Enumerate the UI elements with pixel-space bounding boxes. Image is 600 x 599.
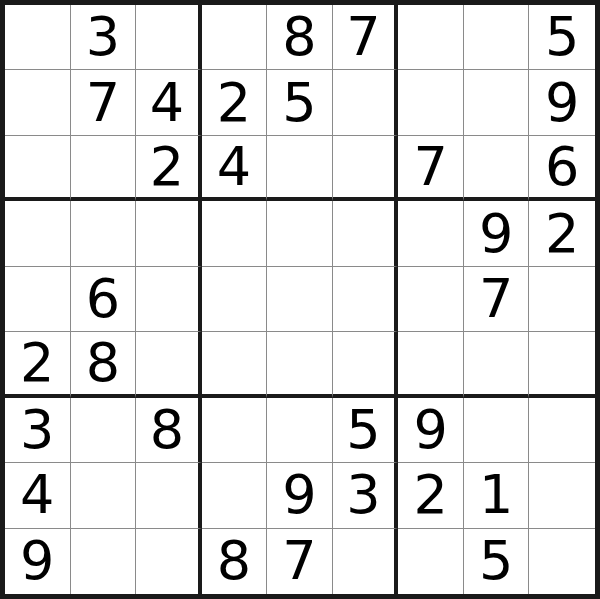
cell-r9c3[interactable] [136, 529, 202, 594]
cell-r7c8[interactable] [464, 398, 530, 463]
given-digit: 9 [413, 403, 447, 457]
cell-r3c1[interactable] [5, 136, 71, 201]
given-digit: 8 [86, 336, 120, 390]
cell-r8c6[interactable]: 3 [333, 463, 399, 528]
given-digit: 7 [282, 534, 316, 588]
cell-r1c9[interactable]: 5 [529, 5, 595, 70]
cell-r2c9[interactable]: 9 [529, 70, 595, 135]
cell-r5c9[interactable] [529, 267, 595, 332]
cell-r5c1[interactable] [5, 267, 71, 332]
given-digit: 9 [20, 534, 54, 588]
cell-r4c3[interactable] [136, 201, 202, 266]
cell-r1c8[interactable] [464, 5, 530, 70]
cell-r2c4[interactable]: 2 [202, 70, 268, 135]
cell-r6c7[interactable] [398, 332, 464, 397]
cell-r5c7[interactable] [398, 267, 464, 332]
cell-r8c8[interactable]: 1 [464, 463, 530, 528]
cell-r7c5[interactable] [267, 398, 333, 463]
given-digit: 8 [150, 403, 184, 457]
cell-r7c3[interactable]: 8 [136, 398, 202, 463]
cell-r8c5[interactable]: 9 [267, 463, 333, 528]
given-digit: 4 [217, 140, 251, 194]
cell-r8c9[interactable] [529, 463, 595, 528]
cell-r3c4[interactable]: 4 [202, 136, 268, 201]
cell-r6c9[interactable] [529, 332, 595, 397]
cell-r6c8[interactable] [464, 332, 530, 397]
cell-r6c6[interactable] [333, 332, 399, 397]
cell-r8c3[interactable] [136, 463, 202, 528]
given-digit: 7 [479, 272, 513, 326]
given-digit: 6 [86, 272, 120, 326]
given-digit: 9 [545, 76, 579, 130]
given-digit: 7 [413, 140, 447, 194]
given-digit: 8 [217, 534, 251, 588]
cell-r4c1[interactable] [5, 201, 71, 266]
cell-r9c5[interactable]: 7 [267, 529, 333, 594]
given-digit: 7 [86, 76, 120, 130]
cell-r4c6[interactable] [333, 201, 399, 266]
cell-r3c6[interactable] [333, 136, 399, 201]
cell-r6c5[interactable] [267, 332, 333, 397]
cell-r9c8[interactable]: 5 [464, 529, 530, 594]
given-digit: 2 [413, 468, 447, 522]
given-digit: 4 [20, 468, 54, 522]
cell-r9c6[interactable] [333, 529, 399, 594]
cell-r5c3[interactable] [136, 267, 202, 332]
cell-r6c3[interactable] [136, 332, 202, 397]
cell-r8c7[interactable]: 2 [398, 463, 464, 528]
cell-r2c8[interactable] [464, 70, 530, 135]
cell-r9c4[interactable]: 8 [202, 529, 268, 594]
cell-r4c9[interactable]: 2 [529, 201, 595, 266]
cell-r7c7[interactable]: 9 [398, 398, 464, 463]
cell-r3c7[interactable]: 7 [398, 136, 464, 201]
cell-r1c1[interactable] [5, 5, 71, 70]
cell-r2c1[interactable] [5, 70, 71, 135]
cell-r6c1[interactable]: 2 [5, 332, 71, 397]
cell-r9c7[interactable] [398, 529, 464, 594]
cell-r3c8[interactable] [464, 136, 530, 201]
given-digit: 5 [479, 534, 513, 588]
cell-r4c8[interactable]: 9 [464, 201, 530, 266]
given-digit: 2 [150, 140, 184, 194]
cell-r2c7[interactable] [398, 70, 464, 135]
cell-r4c5[interactable] [267, 201, 333, 266]
cell-r1c7[interactable] [398, 5, 464, 70]
cell-r1c3[interactable] [136, 5, 202, 70]
given-digit: 8 [282, 10, 316, 64]
cell-r9c9[interactable] [529, 529, 595, 594]
given-digit: 5 [282, 76, 316, 130]
cell-r7c9[interactable] [529, 398, 595, 463]
given-digit: 3 [86, 10, 120, 64]
cell-r3c5[interactable] [267, 136, 333, 201]
cell-r6c4[interactable] [202, 332, 268, 397]
cell-r2c2[interactable]: 7 [71, 70, 137, 135]
given-digit: 5 [545, 10, 579, 64]
cell-r1c4[interactable] [202, 5, 268, 70]
given-digit: 2 [217, 76, 251, 130]
cell-r1c5[interactable]: 8 [267, 5, 333, 70]
cell-r2c6[interactable] [333, 70, 399, 135]
cell-r2c5[interactable]: 5 [267, 70, 333, 135]
cell-r5c5[interactable] [267, 267, 333, 332]
cell-r4c4[interactable] [202, 201, 268, 266]
given-digit: 6 [545, 140, 579, 194]
cell-r9c2[interactable] [71, 529, 137, 594]
cell-r7c6[interactable]: 5 [333, 398, 399, 463]
cell-r7c4[interactable] [202, 398, 268, 463]
cell-r8c2[interactable] [71, 463, 137, 528]
cell-r9c1[interactable]: 9 [5, 529, 71, 594]
cell-r7c1[interactable]: 3 [5, 398, 71, 463]
given-digit: 7 [346, 10, 380, 64]
given-digit: 9 [282, 468, 316, 522]
sudoku-board: 38757425924769267283859493219875 [0, 0, 600, 599]
given-digit: 4 [150, 76, 184, 130]
cell-r5c8[interactable]: 7 [464, 267, 530, 332]
given-digit: 2 [20, 336, 54, 390]
cell-r4c7[interactable] [398, 201, 464, 266]
cell-r5c4[interactable] [202, 267, 268, 332]
cell-r6c2[interactable]: 8 [71, 332, 137, 397]
given-digit: 1 [479, 468, 513, 522]
given-digit: 9 [479, 207, 513, 261]
cell-r4c2[interactable] [71, 201, 137, 266]
cell-r7c2[interactable] [71, 398, 137, 463]
cell-r8c4[interactable] [202, 463, 268, 528]
cell-r2c3[interactable]: 4 [136, 70, 202, 135]
cell-r3c9[interactable]: 6 [529, 136, 595, 201]
given-digit: 3 [346, 468, 380, 522]
cell-r3c2[interactable] [71, 136, 137, 201]
cell-r1c2[interactable]: 3 [71, 5, 137, 70]
cell-r5c6[interactable] [333, 267, 399, 332]
cell-r3c3[interactable]: 2 [136, 136, 202, 201]
cell-r8c1[interactable]: 4 [5, 463, 71, 528]
cell-r5c2[interactable]: 6 [71, 267, 137, 332]
given-digit: 3 [20, 403, 54, 457]
given-digit: 2 [545, 207, 579, 261]
cell-r1c6[interactable]: 7 [333, 5, 399, 70]
given-digit: 5 [346, 403, 380, 457]
